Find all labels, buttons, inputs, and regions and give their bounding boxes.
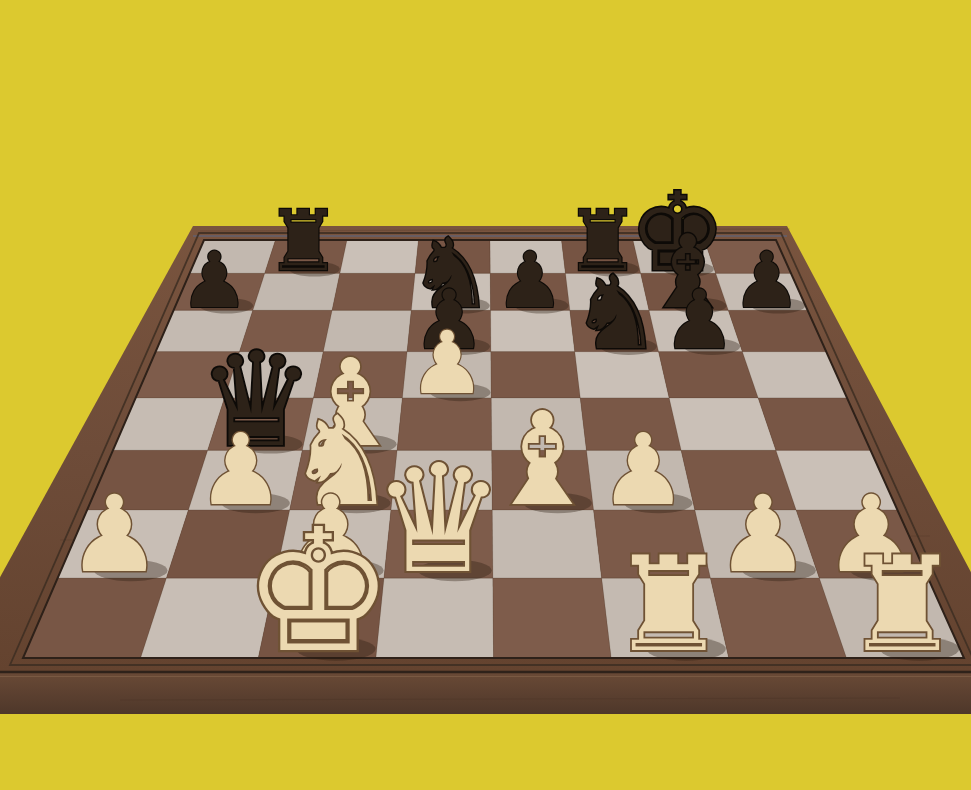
chess-board-scene: ♜♜♚♟♞♟♝♟♟♞♟♟♛♝♟♞♝♟♟♟♛♟♟♚♜♜: [0, 0, 971, 790]
piece-black-pawn-h7[interactable]: ♟: [732, 235, 801, 325]
piece-black-rook-b8[interactable]: ♜: [266, 192, 341, 290]
piece-white-rook-f1[interactable]: ♜: [610, 529, 727, 681]
piece-white-king-c1[interactable]: ♚: [243, 493, 395, 690]
piece-black-pawn-g6[interactable]: ♟: [663, 272, 736, 367]
piece-black-pawn-a7[interactable]: ♟: [180, 235, 249, 325]
piece-white-pawn-a2[interactable]: ♟: [67, 473, 162, 596]
piece-black-pawn-e7[interactable]: ♟: [495, 235, 564, 325]
piece-white-rook-h1[interactable]: ♜: [843, 529, 960, 681]
square-c8[interactable]: [340, 240, 419, 273]
piece-white-pawn-g2[interactable]: ♟: [716, 473, 811, 596]
square-c7[interactable]: [332, 273, 415, 310]
piece-black-knight-f6[interactable]: ♞: [570, 254, 661, 372]
piece-white-pawn-f3[interactable]: ♟: [599, 412, 687, 527]
board-frame-front: [0, 672, 971, 714]
piece-white-pawn-d5[interactable]: ♟: [408, 313, 486, 413]
square-e1[interactable]: [493, 578, 611, 658]
app-background: ♜♜♚♟♞♟♝♟♟♞♟♟♛♝♟♞♝♟♟♟♛♟♟♚♜♜: [0, 0, 971, 790]
